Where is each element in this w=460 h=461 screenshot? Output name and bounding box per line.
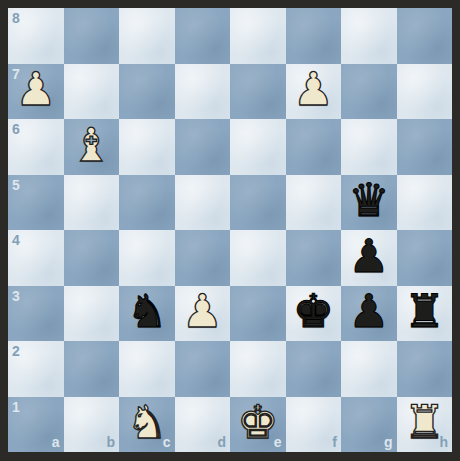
square-a6[interactable]: 6 <box>8 119 64 175</box>
square-a8[interactable]: 8 <box>8 8 64 64</box>
black-rook[interactable]: ♜ <box>404 288 445 334</box>
black-king[interactable]: ♚ <box>293 288 334 334</box>
file-label-d: d <box>217 435 226 449</box>
square-b8[interactable] <box>64 8 120 64</box>
square-e8[interactable] <box>230 8 286 64</box>
square-g3[interactable]: ♟ <box>341 286 397 342</box>
square-b6[interactable]: ♝ <box>64 119 120 175</box>
square-c6[interactable] <box>119 119 175 175</box>
white-knight[interactable]: ♞ <box>126 399 167 445</box>
square-g7[interactable] <box>341 64 397 120</box>
square-d2[interactable] <box>175 341 231 397</box>
square-f6[interactable] <box>286 119 342 175</box>
square-a2[interactable]: 2 <box>8 341 64 397</box>
file-label-g: g <box>384 435 393 449</box>
rank-label-2: 2 <box>12 344 20 358</box>
rank-label-1: 1 <box>12 400 20 414</box>
chess-board: 87♟♟6♝5♛4♟3♞♟♚♟♜21abc♞de♚fgh♜ <box>8 8 452 452</box>
square-b1[interactable]: b <box>64 397 120 453</box>
square-d7[interactable] <box>175 64 231 120</box>
square-b2[interactable] <box>64 341 120 397</box>
black-queen[interactable]: ♛ <box>348 177 389 223</box>
file-label-a: a <box>52 435 60 449</box>
square-f3[interactable]: ♚ <box>286 286 342 342</box>
white-pawn[interactable]: ♟ <box>182 288 223 334</box>
square-c5[interactable] <box>119 175 175 231</box>
square-g5[interactable]: ♛ <box>341 175 397 231</box>
white-pawn[interactable]: ♟ <box>293 66 334 112</box>
square-d8[interactable] <box>175 8 231 64</box>
square-h1[interactable]: h♜ <box>397 397 453 453</box>
square-c7[interactable] <box>119 64 175 120</box>
square-c8[interactable] <box>119 8 175 64</box>
file-label-f: f <box>332 435 337 449</box>
square-e3[interactable] <box>230 286 286 342</box>
square-e5[interactable] <box>230 175 286 231</box>
square-h8[interactable] <box>397 8 453 64</box>
square-h6[interactable] <box>397 119 453 175</box>
rank-label-8: 8 <box>12 11 20 25</box>
white-pawn[interactable]: ♟ <box>15 66 56 112</box>
file-label-b: b <box>106 435 115 449</box>
white-rook[interactable]: ♜ <box>404 399 445 445</box>
square-e2[interactable] <box>230 341 286 397</box>
square-a5[interactable]: 5 <box>8 175 64 231</box>
square-f5[interactable] <box>286 175 342 231</box>
square-g6[interactable] <box>341 119 397 175</box>
square-a4[interactable]: 4 <box>8 230 64 286</box>
square-a3[interactable]: 3 <box>8 286 64 342</box>
square-e7[interactable] <box>230 64 286 120</box>
square-e1[interactable]: e♚ <box>230 397 286 453</box>
square-b3[interactable] <box>64 286 120 342</box>
square-h4[interactable] <box>397 230 453 286</box>
square-e4[interactable] <box>230 230 286 286</box>
square-h7[interactable] <box>397 64 453 120</box>
square-c1[interactable]: c♞ <box>119 397 175 453</box>
square-c4[interactable] <box>119 230 175 286</box>
rank-label-4: 4 <box>12 233 20 247</box>
square-b4[interactable] <box>64 230 120 286</box>
black-pawn[interactable]: ♟ <box>348 288 389 334</box>
square-c3[interactable]: ♞ <box>119 286 175 342</box>
square-h3[interactable]: ♜ <box>397 286 453 342</box>
square-f2[interactable] <box>286 341 342 397</box>
square-d1[interactable]: d <box>175 397 231 453</box>
square-a1[interactable]: 1a <box>8 397 64 453</box>
rank-label-3: 3 <box>12 289 20 303</box>
square-c2[interactable] <box>119 341 175 397</box>
square-g2[interactable] <box>341 341 397 397</box>
square-d5[interactable] <box>175 175 231 231</box>
square-g1[interactable]: g <box>341 397 397 453</box>
square-e6[interactable] <box>230 119 286 175</box>
square-b5[interactable] <box>64 175 120 231</box>
square-g8[interactable] <box>341 8 397 64</box>
square-a7[interactable]: 7♟ <box>8 64 64 120</box>
square-h5[interactable] <box>397 175 453 231</box>
black-knight[interactable]: ♞ <box>126 288 167 334</box>
square-f1[interactable]: f <box>286 397 342 453</box>
square-d6[interactable] <box>175 119 231 175</box>
square-b7[interactable] <box>64 64 120 120</box>
square-h2[interactable] <box>397 341 453 397</box>
black-pawn[interactable]: ♟ <box>348 233 389 279</box>
square-f8[interactable] <box>286 8 342 64</box>
rank-label-5: 5 <box>12 178 20 192</box>
white-king[interactable]: ♚ <box>237 399 278 445</box>
square-f7[interactable]: ♟ <box>286 64 342 120</box>
square-f4[interactable] <box>286 230 342 286</box>
square-d3[interactable]: ♟ <box>175 286 231 342</box>
rank-label-6: 6 <box>12 122 20 136</box>
white-bishop[interactable]: ♝ <box>71 122 112 168</box>
square-d4[interactable] <box>175 230 231 286</box>
square-g4[interactable]: ♟ <box>341 230 397 286</box>
